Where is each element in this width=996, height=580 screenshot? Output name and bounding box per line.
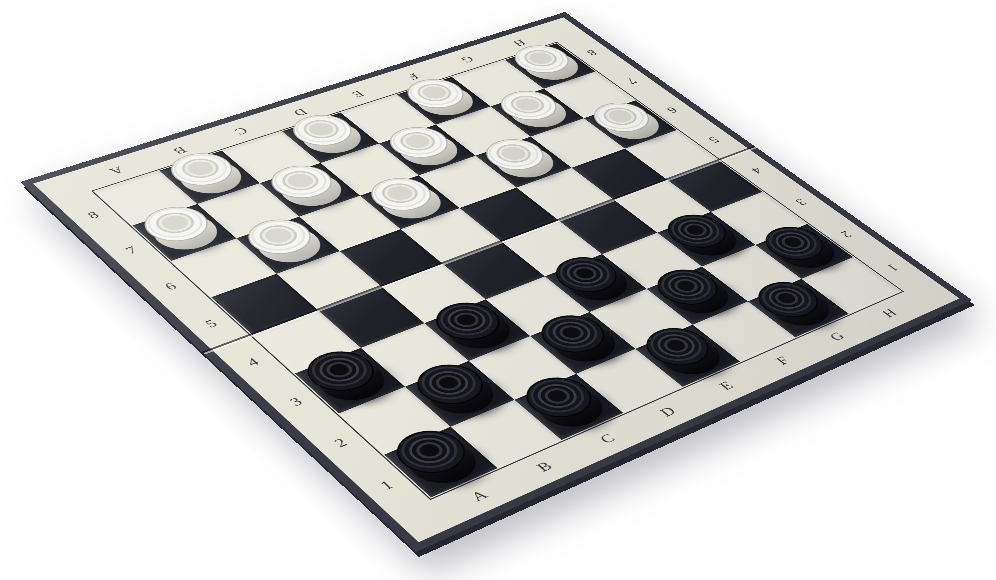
board-grid [95, 43, 901, 497]
checkers-board: AA88BB77CC66DD55EE44FF33GG22HH11 [20, 12, 972, 552]
board-shadow: AA88BB77CC66DD55EE44FF33GG22HH11 [0, 0, 520, 520]
product-photo-scene: AA88BB77CC66DD55EE44FF33GG22HH11 [0, 0, 996, 580]
